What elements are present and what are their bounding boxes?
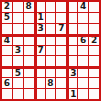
sudoku-cell-r6c7[interactable] <box>67 56 77 66</box>
sudoku-cell-r1c2[interactable] <box>13 2 23 12</box>
sudoku-cell-r4c4[interactable] <box>35 35 45 45</box>
sudoku-cell-r7c2[interactable]: 5 <box>13 67 23 77</box>
sudoku-cell-r1c6[interactable] <box>56 2 66 12</box>
sudoku-cell-r9c9[interactable] <box>89 89 99 99</box>
sudoku-cell-r1c7[interactable] <box>67 2 77 12</box>
sudoku-cell-r2c1[interactable]: 5 <box>2 13 12 23</box>
sudoku-cell-r7c8[interactable] <box>78 67 88 77</box>
sudoku-cell-r4c3[interactable] <box>24 35 34 45</box>
sudoku-cell-r8c1[interactable]: 6 <box>2 78 12 88</box>
sudoku-cell-r3c6[interactable]: 7 <box>56 24 66 34</box>
sudoku-cell-r6c4[interactable] <box>35 56 45 66</box>
sudoku-cell-r4c2[interactable] <box>13 35 23 45</box>
sudoku-cell-r4c8[interactable]: 6 <box>78 35 88 45</box>
sudoku-cell-r3c4[interactable]: 3 <box>35 24 45 34</box>
sudoku-cell-r4c6[interactable] <box>56 35 66 45</box>
sudoku-cell-r9c6[interactable] <box>56 89 66 99</box>
sudoku-cell-r8c4[interactable] <box>35 78 45 88</box>
sudoku-cell-r6c9[interactable] <box>89 56 99 66</box>
sudoku-cell-r6c3[interactable] <box>24 56 34 66</box>
sudoku-cell-r4c5[interactable] <box>46 35 56 45</box>
sudoku-cell-r5c8[interactable] <box>78 46 88 56</box>
sudoku-cell-r4c7[interactable] <box>67 35 77 45</box>
sudoku-cell-r4c1[interactable]: 4 <box>2 35 12 45</box>
sudoku-cell-r7c6[interactable] <box>56 67 66 77</box>
sudoku-cell-r1c5[interactable] <box>46 2 56 12</box>
sudoku-cell-r5c7[interactable] <box>67 46 77 56</box>
sudoku-cell-r2c6[interactable] <box>56 13 66 23</box>
sudoku-cell-r3c2[interactable] <box>13 24 23 34</box>
sudoku-cell-r8c6[interactable] <box>56 78 66 88</box>
sudoku-cell-r9c2[interactable] <box>13 89 23 99</box>
sudoku-cell-r5c5[interactable] <box>46 46 56 56</box>
sudoku-cell-r5c6[interactable] <box>56 46 66 56</box>
sudoku-cell-r8c9[interactable] <box>89 78 99 88</box>
sudoku-cell-r1c9[interactable] <box>89 2 99 12</box>
sudoku-cell-r2c3[interactable] <box>24 13 34 23</box>
sudoku-cell-r5c3[interactable] <box>24 46 34 56</box>
sudoku-cell-r6c5[interactable] <box>46 56 56 66</box>
sudoku-cell-r2c8[interactable] <box>78 13 88 23</box>
sudoku-cell-r7c5[interactable] <box>46 67 56 77</box>
sudoku-cell-r6c8[interactable] <box>78 56 88 66</box>
sudoku-cell-r8c7[interactable] <box>67 78 77 88</box>
sudoku-cell-r3c7[interactable] <box>67 24 77 34</box>
sudoku-cell-r5c9[interactable] <box>89 46 99 56</box>
sudoku-cell-r1c4[interactable] <box>35 2 45 12</box>
sudoku-cell-r3c8[interactable] <box>78 24 88 34</box>
sudoku-cell-r8c2[interactable] <box>13 78 23 88</box>
sudoku-cell-r7c4[interactable] <box>35 67 45 77</box>
sudoku-cell-r1c1[interactable]: 2 <box>2 2 12 12</box>
sudoku-cell-r2c4[interactable]: 1 <box>35 13 45 23</box>
sudoku-cell-r1c8[interactable]: 4 <box>78 2 88 12</box>
sudoku-cell-r3c5[interactable] <box>46 24 56 34</box>
sudoku-cell-r2c5[interactable] <box>46 13 56 23</box>
sudoku-cell-r5c4[interactable]: 7 <box>35 46 45 56</box>
sudoku-cell-r1c3[interactable]: 8 <box>24 2 34 12</box>
sudoku-cell-r4c9[interactable]: 2 <box>89 35 99 45</box>
sudoku-board: 28451374623753681 <box>0 0 101 101</box>
sudoku-cell-r8c3[interactable] <box>24 78 34 88</box>
sudoku-cell-r9c7[interactable]: 1 <box>67 89 77 99</box>
sudoku-cell-r9c1[interactable] <box>2 89 12 99</box>
sudoku-cell-r9c4[interactable] <box>35 89 45 99</box>
sudoku-cell-r2c7[interactable] <box>67 13 77 23</box>
sudoku-cell-r3c9[interactable] <box>89 24 99 34</box>
sudoku-cell-r5c1[interactable] <box>2 46 12 56</box>
sudoku-cell-r9c5[interactable] <box>46 89 56 99</box>
sudoku-cell-r5c2[interactable]: 3 <box>13 46 23 56</box>
sudoku-cell-r9c3[interactable] <box>24 89 34 99</box>
sudoku-cell-r7c9[interactable] <box>89 67 99 77</box>
sudoku-cell-r6c2[interactable] <box>13 56 23 66</box>
sudoku-cell-r3c3[interactable] <box>24 24 34 34</box>
sudoku-cell-r8c8[interactable] <box>78 78 88 88</box>
sudoku-cell-r7c1[interactable] <box>2 67 12 77</box>
sudoku-cell-r6c1[interactable] <box>2 56 12 66</box>
sudoku-cell-r2c2[interactable] <box>13 13 23 23</box>
sudoku-cell-r9c8[interactable] <box>78 89 88 99</box>
sudoku-cell-r7c3[interactable] <box>24 67 34 77</box>
sudoku-cell-r2c9[interactable] <box>89 13 99 23</box>
sudoku-cell-r7c7[interactable]: 3 <box>67 67 77 77</box>
sudoku-cell-r3c1[interactable] <box>2 24 12 34</box>
sudoku-cell-r8c5[interactable]: 8 <box>46 78 56 88</box>
sudoku-cell-r6c6[interactable] <box>56 56 66 66</box>
